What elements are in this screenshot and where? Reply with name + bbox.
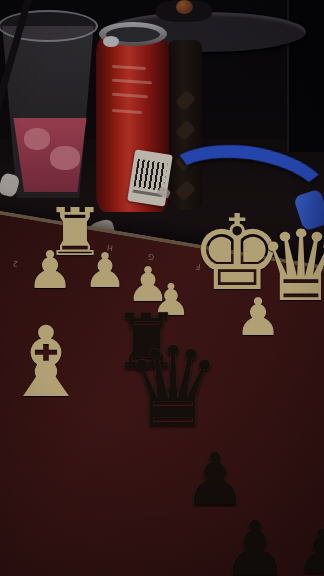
white-queen-d1: ♛: [252, 217, 324, 315]
black-pawn-c7: ♟: [217, 511, 293, 576]
black-rook-f4: ♜: [108, 304, 184, 380]
white-bishop-h5: ♝: [0, 313, 95, 411]
black-queen-f5: ♛: [118, 332, 228, 442]
white-king-e1: ♚: [185, 201, 289, 305]
white-pawn-f2: ♟: [124, 260, 172, 308]
white-pawn-d2: ♟: [232, 291, 284, 343]
white-pawn-g2: ♟: [81, 246, 129, 294]
white-pawn-h2: ♟: [24, 244, 76, 296]
white-pawn-f3: ♟: [149, 278, 193, 322]
black-pawn-b6: ♟: [292, 521, 324, 576]
white-rook-h1: ♜: [42, 200, 108, 266]
pieces-layer: ♜♟♟♚♟♛♟♟♜♝♛♟♟♟: [0, 0, 324, 576]
photo-chess-scene: HGF2 ♜♟♟♚♟♛♟♟♜♝♛♟♟♟: [0, 0, 324, 576]
black-pawn-e6: ♟: [179, 443, 251, 515]
